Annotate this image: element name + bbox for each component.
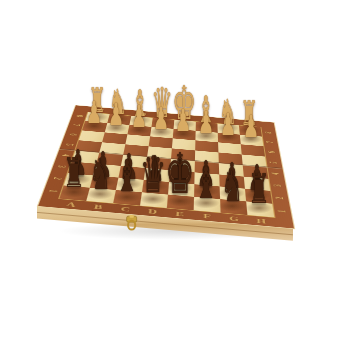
piece-glyph: ♟: [129, 109, 149, 131]
piece-glyph: ♞: [219, 177, 247, 208]
piece-glyph: ♟: [196, 115, 216, 137]
piece-glyph: ♜: [60, 164, 87, 194]
piece-glyph: ♟: [173, 113, 193, 135]
piece-glyph: ♝: [192, 173, 221, 205]
piece-glyph: ♟: [106, 107, 126, 129]
pieces-layer: ♜♞♝♛♚♝♞♜♟♟♟♟♟♟♟♟♟♟♟♟♟♟♟♟♜♞♝♛♚♝♞♜: [0, 0, 350, 350]
piece-glyph: ♜: [245, 180, 272, 210]
piece-glyph: ♟: [218, 117, 238, 139]
piece-glyph: ♞: [86, 165, 114, 196]
piece-glyph: ♟: [84, 105, 104, 127]
chess-set-photo: AABBCCDDEEFFGGHH1122334455667788 ♜♞♝♛♚♝♞…: [0, 0, 350, 350]
piece-glyph: ♟: [151, 111, 171, 133]
piece-glyph: ♟: [240, 119, 260, 141]
